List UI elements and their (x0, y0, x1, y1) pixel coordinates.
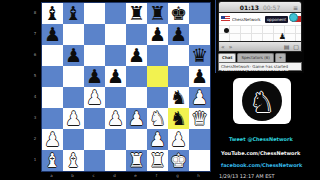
square-e7[interactable] (126, 24, 147, 45)
square-b1[interactable]: ♝ (63, 150, 84, 171)
rank-label-5: 5 (30, 65, 40, 86)
square-g7[interactable]: ♟ (168, 24, 189, 45)
square-d1[interactable] (105, 150, 126, 171)
square-b6[interactable]: ♟ (63, 45, 84, 66)
square-f2[interactable]: ♟ (147, 129, 168, 150)
black-bishop-b8[interactable]: ♝ (63, 3, 84, 24)
tab-chat[interactable]: Chat (218, 53, 236, 62)
square-f7[interactable]: ♟ (147, 24, 168, 45)
back-icon[interactable]: « (221, 42, 225, 51)
square-a1[interactable]: ♝ (42, 150, 63, 171)
black-pawn-f7[interactable]: ♟ (147, 24, 168, 45)
file-label-d: d (104, 172, 125, 179)
file-label-h: h (188, 172, 209, 179)
white-bishop-a1[interactable]: ♝ (42, 150, 63, 171)
square-h3[interactable]: ♛ (189, 108, 210, 129)
square-f5[interactable] (147, 66, 168, 87)
white-pawn-c4[interactable]: ♟ (84, 87, 105, 108)
tweet-link: Tweet @ChessNetwork (229, 136, 293, 142)
square-e6[interactable]: ♟ (126, 45, 147, 66)
chat-tabs: ChatSpectators (6)+ (218, 53, 302, 62)
rank-labels: 87654321 (30, 2, 40, 170)
square-g5[interactable] (168, 66, 189, 87)
square-h5[interactable]: ♟ (189, 66, 210, 87)
square-c3[interactable] (84, 108, 105, 129)
black-bishop-a8[interactable]: ♝ (42, 3, 63, 24)
left-clock: 01:13 (240, 4, 259, 11)
file-label-e: e (125, 172, 146, 179)
white-pawn-b3[interactable]: ♟ (63, 108, 84, 129)
black-pawn-d5[interactable]: ♟ (105, 66, 126, 87)
white-king-g1[interactable]: ♚ (168, 150, 189, 171)
chessnetwork-logo: ♞ (233, 78, 291, 124)
chess-board[interactable]: ♝♝♜♜♚♟♟♟♟♟♛♟♟♟♟♞♟♟♟♟♞♞♛♟♟♟♝♝♜♜♚ (41, 2, 211, 172)
square-d7[interactable] (105, 24, 126, 45)
square-f3[interactable]: ♞ (147, 108, 168, 129)
rank-label-2: 2 (30, 128, 40, 149)
right-clock: 00:57 (263, 4, 280, 11)
white-rook-f1[interactable]: ♜ (147, 150, 168, 171)
square-g3[interactable]: ♞ (168, 108, 189, 129)
square-c2[interactable] (84, 129, 105, 150)
square-g8[interactable]: ♚ (168, 3, 189, 24)
rank-label-7: 7 (30, 23, 40, 44)
square-f4[interactable] (147, 87, 168, 108)
timestamp: 1/29/13 12:17 AM EST (219, 173, 275, 179)
square-a7[interactable]: ♟ (42, 24, 63, 45)
square-b7[interactable] (63, 24, 84, 45)
stream-frame: 87654321 abcdefgh ♝♝♜♜♚♟♟♟♟♟♛♟♟♟♟♞♟♟♟♟♞♞… (0, 0, 320, 180)
file-label-f: f (146, 172, 167, 179)
white-pawn-a2[interactable]: ♟ (42, 129, 63, 150)
square-e2[interactable] (126, 129, 147, 150)
square-c8[interactable] (84, 3, 105, 24)
square-h8[interactable] (189, 3, 210, 24)
white-bishop-b1[interactable]: ♝ (63, 150, 84, 171)
us-flag-icon (221, 16, 230, 22)
facebook-link: facebook.com/ChessNetwork (221, 162, 302, 168)
square-g2[interactable]: ♟ (168, 129, 189, 150)
square-b3[interactable]: ♟ (63, 108, 84, 129)
white-knight-f3[interactable]: ♞ (147, 108, 168, 129)
layout-icon[interactable]: ▤ (284, 42, 290, 51)
youtube-link: YouTube.com/ChessNetwork (221, 150, 300, 156)
white-pawn-h4[interactable]: ♟ (189, 87, 210, 108)
app-toolbar: «»▤▢ (218, 41, 302, 52)
square-d2[interactable] (105, 129, 126, 150)
square-b8[interactable]: ♝ (63, 3, 84, 24)
square-h6[interactable]: ♛ (189, 45, 210, 66)
black-pawn-e6[interactable]: ♟ (126, 45, 147, 66)
square-c6[interactable] (84, 45, 105, 66)
square-g6[interactable] (168, 45, 189, 66)
black-knight-g4[interactable]: ♞ (168, 87, 189, 108)
square-b2[interactable] (63, 129, 84, 150)
square-c4[interactable]: ♟ (84, 87, 105, 108)
square-a5[interactable] (42, 66, 63, 87)
square-e8[interactable]: ♜ (126, 3, 147, 24)
menu-icon[interactable]: ≡ (293, 4, 298, 12)
square-e3[interactable]: ♟ (126, 108, 147, 129)
notification-badge-icon[interactable] (289, 13, 298, 22)
square-g4[interactable]: ♞ (168, 87, 189, 108)
white-pawn-g2[interactable]: ♟ (168, 129, 189, 150)
square-f8[interactable]: ♜ (147, 3, 168, 24)
square-g1[interactable]: ♚ (168, 150, 189, 171)
black-pawn-a7[interactable]: ♟ (42, 24, 63, 45)
square-a2[interactable]: ♟ (42, 129, 63, 150)
white-pawn-e3[interactable]: ♟ (126, 108, 147, 129)
black-rook-f8[interactable]: ♜ (147, 3, 168, 24)
white-pawn-f2[interactable]: ♟ (147, 129, 168, 150)
file-labels: abcdefgh (41, 172, 209, 179)
square-e5[interactable] (126, 66, 147, 87)
black-pawn-b6[interactable]: ♟ (63, 45, 84, 66)
square-a3[interactable] (42, 108, 63, 129)
rank-label-3: 3 (30, 107, 40, 128)
logo-circle: ♞ (242, 81, 282, 121)
rank-label-4: 4 (30, 86, 40, 107)
square-h4[interactable]: ♟ (189, 87, 210, 108)
black-rook-e8[interactable]: ♜ (126, 3, 147, 24)
export-icon[interactable]: ▢ (293, 42, 299, 51)
black-pawn-g7[interactable]: ♟ (168, 24, 189, 45)
square-d5[interactable]: ♟ (105, 66, 126, 87)
clock-bar: 01:13 00:57 ≡ (218, 1, 302, 13)
move-list-grid[interactable]: ♟ (218, 25, 302, 41)
square-b4[interactable] (63, 87, 84, 108)
tab-[interactable]: + (275, 53, 286, 62)
square-d6[interactable] (105, 45, 126, 66)
file-label-a: a (41, 172, 62, 179)
captured-pawn-icon: ♟ (279, 33, 286, 41)
black-pawn-h5[interactable]: ♟ (189, 66, 210, 87)
square-d4[interactable] (105, 87, 126, 108)
tab-spectators-6[interactable]: Spectators (6) (237, 53, 273, 62)
square-e4[interactable] (126, 87, 147, 108)
square-f6[interactable] (147, 45, 168, 66)
square-h1[interactable] (189, 150, 210, 171)
chess-app-panel: 01:13 00:57 ≡ ChessNetwork opponent ♟ «»… (215, 0, 304, 73)
square-c1[interactable] (84, 150, 105, 171)
square-a8[interactable]: ♝ (42, 3, 63, 24)
twitch-link: twitch.tv/ChessNetwork (221, 66, 303, 72)
square-c7[interactable] (84, 24, 105, 45)
square-c5[interactable]: ♟ (84, 66, 105, 87)
black-pawn-c5[interactable]: ♟ (84, 66, 105, 87)
move-dot-icon (224, 28, 229, 33)
rank-label-8: 8 (30, 2, 40, 23)
file-label-g: g (167, 172, 188, 179)
file-label-c: c (83, 172, 104, 179)
black-knight-g3[interactable]: ♞ (168, 108, 189, 129)
white-pawn-d3[interactable]: ♟ (105, 108, 126, 129)
square-f1[interactable]: ♜ (147, 150, 168, 171)
forward-icon[interactable]: » (229, 42, 233, 51)
white-queen-h3[interactable]: ♛ (189, 108, 210, 129)
white-rook-e1[interactable]: ♜ (126, 150, 147, 171)
right-player-name: opponent (265, 16, 288, 23)
left-player-name: ChessNetwork (232, 17, 261, 22)
square-d8[interactable] (105, 3, 126, 24)
file-label-b: b (62, 172, 83, 179)
square-a6[interactable] (42, 45, 63, 66)
square-a4[interactable] (42, 87, 63, 108)
square-d3[interactable]: ♟ (105, 108, 126, 129)
black-king-g8[interactable]: ♚ (168, 3, 189, 24)
square-e1[interactable]: ♜ (126, 150, 147, 171)
knight-logo-icon: ♞ (242, 83, 282, 123)
square-h7[interactable] (189, 24, 210, 45)
square-b5[interactable] (63, 66, 84, 87)
square-h2[interactable] (189, 129, 210, 150)
rank-label-1: 1 (30, 149, 40, 170)
rank-label-6: 6 (30, 44, 40, 65)
black-queen-h6[interactable]: ♛ (189, 45, 210, 66)
